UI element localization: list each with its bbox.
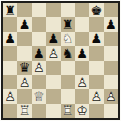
square-c4[interactable]: ♟♙	[32, 61, 46, 75]
square-f5[interactable]: ♟	[75, 46, 89, 60]
square-a8[interactable]: ♜	[3, 3, 17, 17]
square-h4[interactable]	[104, 61, 118, 75]
black-rook: ♜	[3, 3, 17, 17]
square-b7[interactable]: ♟	[17, 17, 31, 31]
black-rook: ♜	[61, 17, 75, 31]
square-e5[interactable]: ♞	[61, 46, 75, 60]
black-pawn: ♟	[75, 46, 89, 60]
square-g8[interactable]: ♚	[89, 3, 103, 17]
square-a6[interactable]: ♟	[3, 32, 17, 46]
white-pawn: ♟♙	[32, 61, 46, 75]
black-pawn: ♟	[17, 17, 31, 31]
white-rook: ♜♖	[61, 104, 75, 118]
white-pawn: ♟♙	[3, 89, 17, 103]
square-d8[interactable]	[46, 3, 60, 17]
square-f2[interactable]	[75, 89, 89, 103]
square-c3[interactable]	[32, 75, 46, 89]
square-d3[interactable]	[46, 75, 60, 89]
square-d4[interactable]	[46, 61, 60, 75]
square-f7[interactable]	[75, 17, 89, 31]
white-queen: ♛♕	[32, 89, 46, 103]
square-h8[interactable]	[104, 3, 118, 17]
square-g5[interactable]	[89, 46, 103, 60]
square-f3[interactable]: ♟♙	[75, 75, 89, 89]
square-e4[interactable]	[61, 61, 75, 75]
black-pawn: ♟	[104, 17, 118, 31]
square-a7[interactable]	[3, 17, 17, 31]
square-d1[interactable]	[46, 104, 60, 118]
black-pawn: ♟	[46, 32, 60, 46]
white-pawn: ♟♙	[17, 75, 31, 89]
square-h6[interactable]	[104, 32, 118, 46]
square-a2[interactable]: ♟♙	[3, 89, 17, 103]
square-e3[interactable]	[61, 75, 75, 89]
square-d7[interactable]	[46, 17, 60, 31]
square-c7[interactable]	[32, 17, 46, 31]
square-b3[interactable]: ♟♙	[17, 75, 31, 89]
white-pawn: ♟♙	[104, 89, 118, 103]
black-king: ♚	[89, 3, 103, 17]
square-h2[interactable]: ♟♙	[104, 89, 118, 103]
square-b4[interactable]: ♛	[17, 61, 31, 75]
square-a5[interactable]	[3, 46, 17, 60]
square-f4[interactable]	[75, 61, 89, 75]
square-d5[interactable]: ♟♙	[46, 46, 60, 60]
white-king: ♚♔	[75, 104, 89, 118]
square-h7[interactable]: ♟	[104, 17, 118, 31]
square-b2[interactable]	[17, 89, 31, 103]
square-e2[interactable]	[61, 89, 75, 103]
square-f6[interactable]	[75, 32, 89, 46]
black-queen: ♛	[17, 61, 31, 75]
square-c8[interactable]	[32, 3, 46, 17]
square-b5[interactable]	[17, 46, 31, 60]
square-a4[interactable]	[3, 61, 17, 75]
square-e6[interactable]: ♞♘	[61, 32, 75, 46]
black-knight: ♞	[61, 46, 75, 60]
square-h3[interactable]	[104, 75, 118, 89]
square-a3[interactable]	[3, 75, 17, 89]
chess-board-frame: ♜♚♟♜♟♟♟♞♘♟♟♟♙♞♟♛♟♙♟♙♟♙♟♙♛♕♟♙♟♙♜♖♜♖♚♔	[0, 0, 121, 121]
square-g6[interactable]: ♟	[89, 32, 103, 46]
square-f1[interactable]: ♚♔	[75, 104, 89, 118]
white-pawn: ♟♙	[46, 46, 60, 60]
square-e7[interactable]: ♜	[61, 17, 75, 31]
square-g2[interactable]: ♟♙	[89, 89, 103, 103]
square-f8[interactable]	[75, 3, 89, 17]
square-h1[interactable]	[104, 104, 118, 118]
white-pawn: ♟♙	[75, 75, 89, 89]
square-g4[interactable]	[89, 61, 103, 75]
square-c5[interactable]: ♟	[32, 46, 46, 60]
square-c2[interactable]: ♛♕	[32, 89, 46, 103]
square-c6[interactable]	[32, 32, 46, 46]
black-pawn: ♟	[3, 32, 17, 46]
square-b6[interactable]	[17, 32, 31, 46]
square-e8[interactable]	[61, 3, 75, 17]
black-pawn: ♟	[89, 32, 103, 46]
square-g7[interactable]	[89, 17, 103, 31]
white-rook: ♜♖	[17, 104, 31, 118]
square-e1[interactable]: ♜♖	[61, 104, 75, 118]
square-g3[interactable]	[89, 75, 103, 89]
square-d6[interactable]: ♟	[46, 32, 60, 46]
square-d2[interactable]	[46, 89, 60, 103]
black-pawn: ♟	[32, 46, 46, 60]
chess-board: ♜♚♟♜♟♟♟♞♘♟♟♟♙♞♟♛♟♙♟♙♟♙♟♙♛♕♟♙♟♙♜♖♜♖♚♔	[1, 1, 120, 120]
square-c1[interactable]	[32, 104, 46, 118]
square-b8[interactable]	[17, 3, 31, 17]
square-b1[interactable]: ♜♖	[17, 104, 31, 118]
square-a1[interactable]	[3, 104, 17, 118]
square-h5[interactable]	[104, 46, 118, 60]
white-pawn: ♟♙	[89, 89, 103, 103]
square-g1[interactable]	[89, 104, 103, 118]
white-knight: ♞♘	[61, 32, 75, 46]
